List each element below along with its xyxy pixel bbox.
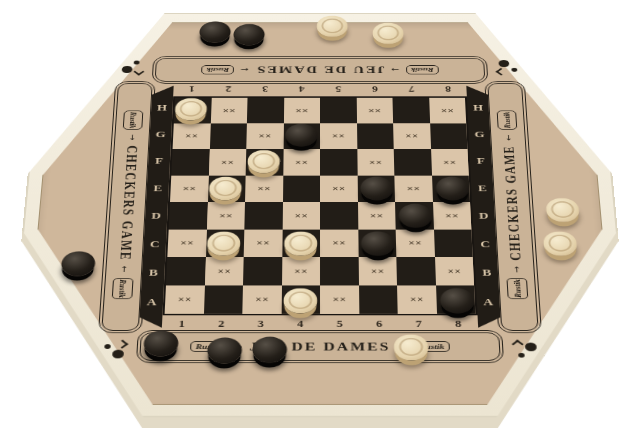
dark-checker-A8[interactable] <box>440 288 475 313</box>
pieces-layer <box>5 13 636 418</box>
light-checker-F3[interactable] <box>247 150 280 173</box>
dark-checker-G4[interactable] <box>285 124 317 147</box>
light-checker-border-right-1[interactable] <box>545 198 580 222</box>
light-checker-C4[interactable] <box>284 231 318 255</box>
dark-checker-border-top-left-2[interactable] <box>233 24 265 45</box>
dark-checker-E6[interactable] <box>360 177 393 201</box>
light-checker-E2[interactable] <box>209 177 243 201</box>
dark-checker-border-bottom-1[interactable] <box>143 330 179 356</box>
light-checker-H1[interactable] <box>174 98 207 120</box>
board-plane: Rustik → JEU DE DAMES ← Rustik Rustik → … <box>5 13 636 418</box>
dark-checker-D7[interactable] <box>399 204 433 228</box>
light-checker-A4[interactable] <box>283 288 317 313</box>
dark-checker-border-top-left-1[interactable] <box>199 21 231 42</box>
light-checker-C2[interactable] <box>207 231 241 255</box>
dark-checker-C6[interactable] <box>361 231 395 255</box>
dark-checker-border-left[interactable] <box>60 251 96 276</box>
light-checker-border-right-2[interactable] <box>543 231 578 255</box>
light-checker-border-top-right-2[interactable] <box>372 23 404 44</box>
dark-checker-border-bottom-3[interactable] <box>252 337 287 363</box>
dark-checker-E8[interactable] <box>436 177 470 201</box>
dark-checker-border-bottom-2[interactable] <box>207 338 242 364</box>
light-checker-border-top-right-1[interactable] <box>317 16 348 37</box>
light-checker-border-bottom-right[interactable] <box>394 334 429 360</box>
photo-scene: Rustik → JEU DE DAMES ← Rustik Rustik → … <box>0 0 640 428</box>
